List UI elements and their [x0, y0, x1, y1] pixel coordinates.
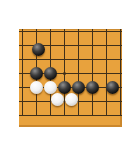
intersection: [30, 109, 44, 123]
white-stone: [51, 93, 64, 106]
intersections-grid: [16, 25, 128, 123]
intersection: [16, 25, 30, 39]
intersection: [58, 39, 72, 53]
intersection: [58, 53, 72, 67]
black-stone: [58, 81, 71, 94]
black-stone: [72, 81, 85, 94]
intersection: [72, 109, 86, 123]
go-board: [19, 29, 122, 127]
intersection: [72, 95, 86, 109]
star-point: [63, 72, 66, 75]
black-stone: [106, 81, 119, 94]
intersection: [86, 25, 100, 39]
intersection: [86, 67, 100, 81]
intersection: [72, 39, 86, 53]
intersection: [114, 53, 128, 67]
black-stone: [30, 67, 43, 80]
white-stone: [65, 93, 78, 106]
intersection: [44, 53, 58, 67]
intersection: [44, 25, 58, 39]
black-stone: [44, 67, 57, 80]
intersection: [86, 53, 100, 67]
intersection: [100, 39, 114, 53]
intersection: [16, 53, 30, 67]
intersection: [114, 39, 128, 53]
black-stone: [86, 81, 99, 94]
intersection: [30, 81, 44, 95]
intersection: [72, 53, 86, 67]
intersection: [114, 67, 128, 81]
intersection: [30, 39, 44, 53]
intersection: [16, 95, 30, 109]
intersection: [114, 25, 128, 39]
intersection: [100, 109, 114, 123]
intersection: [30, 95, 44, 109]
intersection: [44, 67, 58, 81]
white-stone: [30, 81, 43, 94]
intersection: [16, 109, 30, 123]
intersection: [100, 67, 114, 81]
intersection: [30, 53, 44, 67]
intersection: [86, 81, 100, 95]
intersection: [114, 95, 128, 109]
intersection: [100, 25, 114, 39]
intersection: [72, 25, 86, 39]
intersection: [72, 67, 86, 81]
white-stone: [44, 81, 57, 94]
intersection: [58, 109, 72, 123]
intersection: [16, 67, 30, 81]
intersection: [30, 67, 44, 81]
intersection: [86, 109, 100, 123]
intersection: [86, 39, 100, 53]
sticker-canvas: [0, 0, 140, 150]
intersection: [100, 95, 114, 109]
intersection: [58, 67, 72, 81]
intersection: [100, 53, 114, 67]
intersection: [44, 39, 58, 53]
intersection: [114, 109, 128, 123]
intersection: [58, 25, 72, 39]
intersection: [30, 25, 44, 39]
intersection: [16, 81, 30, 95]
intersection: [44, 109, 58, 123]
intersection: [86, 95, 100, 109]
intersection: [114, 81, 128, 95]
intersection: [16, 39, 30, 53]
